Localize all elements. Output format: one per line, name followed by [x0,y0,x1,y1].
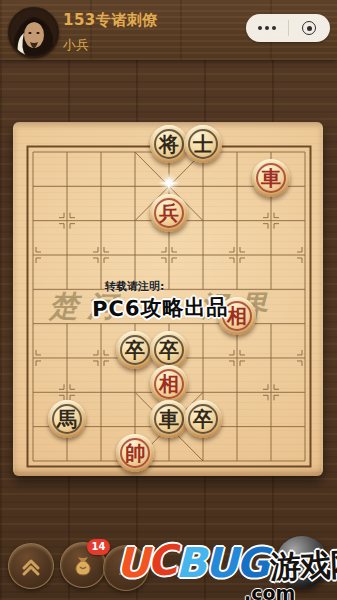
logo-letter: G [236,541,268,585]
piece-black-pawn-e4[interactable]: 卒 [150,331,188,369]
hint-bag-button[interactable]: 14 [60,542,106,588]
extra-tool-button[interactable] [103,545,149,591]
piece-glyph: 帥 [125,434,145,472]
river-label-left: 楚河 [49,290,125,324]
piece-glyph: 卒 [125,331,145,369]
logo-letter: B [175,541,204,585]
pagoda-icon [113,555,139,581]
piece-black-horse-b2[interactable]: 馬 [48,400,86,438]
piece-glyph: 卒 [159,331,179,369]
collapse-menu-button[interactable] [8,543,54,589]
piece-glyph: 馬 [57,400,77,438]
piece-red-elephant-g5[interactable]: 相 [218,297,256,335]
header-titles: 153专诸刺僚 小兵 [63,11,158,54]
move-highlight-sparkle-e9 [158,172,180,194]
piece-black-advisor-f10[interactable]: 士 [184,125,222,163]
piece-glyph: 士 [193,125,213,163]
app-screen: 153专诸刺僚 小兵 楚河 汉界 将士車兵相卒卒相馬車卒帥 转载请注明: PC6… [0,0,337,600]
level-title: 153专诸刺僚 [63,11,158,30]
logo-letter: C [146,538,177,584]
piece-glyph: 車 [159,400,179,438]
exit-button[interactable] [289,14,331,42]
piece-glyph: 兵 [159,194,179,232]
piece-black-chariot-e2[interactable]: 車 [150,400,188,438]
more-options-button[interactable] [246,14,288,42]
piece-glyph: 相 [159,365,179,403]
xiangqi-board[interactable]: 楚河 汉界 将士車兵相卒卒相馬車卒帥 [13,122,323,476]
header-bar: 153专诸刺僚 小兵 [0,0,337,60]
piece-glyph: 卒 [193,400,213,438]
hint-count-badge: 14 [87,539,110,555]
piece-black-pawn-f2[interactable]: 卒 [184,400,222,438]
piece-red-pawn-e8[interactable]: 兵 [150,194,188,232]
avatar-portrait [10,9,57,56]
avatar[interactable] [8,7,59,58]
piece-glyph: 車 [261,159,281,197]
rank-subtitle: 小兵 [63,36,158,54]
piece-glyph: 相 [227,297,247,335]
logo-letter: U [205,541,236,585]
stone-ball-decor[interactable] [276,536,328,588]
ellipsis-icon [258,26,276,30]
piece-red-general-d1[interactable]: 帥 [116,434,154,472]
logo-domain: .com [244,582,295,600]
piece-black-general-e10[interactable]: 将 [150,125,188,163]
piece-black-pawn-d4[interactable]: 卒 [116,331,154,369]
target-circle-icon [302,21,316,35]
money-bag-icon [69,551,97,579]
piece-glyph: 将 [159,125,179,163]
wechat-capsule [246,14,330,42]
chevron-up-icon [18,553,44,579]
